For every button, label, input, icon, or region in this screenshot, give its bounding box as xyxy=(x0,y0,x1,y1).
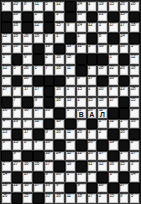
black-cell xyxy=(44,76,55,87)
cell-code-number: 1 xyxy=(35,12,37,17)
cell-code-number: 14 xyxy=(3,172,7,177)
letter-cell[interactable]: 1 xyxy=(87,44,98,55)
letter-cell[interactable]: 17 xyxy=(33,86,44,97)
letter-cell[interactable]: 16 xyxy=(12,22,23,33)
letter-cell[interactable]: 15 xyxy=(76,86,87,97)
cell-code-number: 9 xyxy=(35,140,37,145)
letter-cell[interactable]: 1 xyxy=(65,108,76,119)
letter-cell[interactable]: 18 xyxy=(65,54,76,65)
letter-cell[interactable]: 17 xyxy=(119,22,130,33)
cell-code-number: 16 xyxy=(13,23,17,28)
cell-code-number: 9 xyxy=(77,183,79,188)
letter-cell[interactable]: 12 xyxy=(108,119,119,130)
letter-cell[interactable]: 15 xyxy=(12,140,23,151)
letter-cell[interactable]: 26 xyxy=(87,140,98,151)
cell-code-number: 13 xyxy=(67,44,71,49)
letter-cell[interactable]: 14 xyxy=(1,172,12,183)
letter-cell[interactable]: 18 xyxy=(44,151,55,162)
cell-code-number: 17 xyxy=(109,23,113,28)
cell-code-number: 16 xyxy=(109,162,113,167)
cell-code-number: 27 xyxy=(35,183,39,188)
letter-cell[interactable]: 17 xyxy=(97,151,108,162)
letter-cell[interactable]: 2 xyxy=(97,129,108,140)
letter-cell[interactable]: 26 xyxy=(1,108,12,119)
letter-cell[interactable]: 16 xyxy=(76,172,87,183)
letter-cell[interactable]: 1 xyxy=(54,33,65,44)
letter-cell[interactable]: 9 xyxy=(65,22,76,33)
black-cell xyxy=(97,172,108,183)
letter-cell[interactable]: 7 xyxy=(12,97,23,108)
letter-cell[interactable]: 15 xyxy=(108,1,119,12)
letter-cell[interactable]: 12 xyxy=(76,44,87,55)
letter-cell[interactable]: 27 xyxy=(1,86,12,97)
letter-cell[interactable]: 18 xyxy=(1,183,12,194)
letter-cell[interactable]: 27 xyxy=(33,183,44,194)
cell-code-number: 18 xyxy=(3,183,7,188)
letter-cell[interactable]: 26 xyxy=(22,33,33,44)
letter-cell[interactable]: 28 xyxy=(12,12,23,23)
letter-cell[interactable]: 9 xyxy=(65,76,76,87)
cell-code-number: 1 xyxy=(109,172,111,177)
letter-cell[interactable]: 16 xyxy=(22,161,33,172)
letter-cell[interactable]: 15 xyxy=(108,193,119,204)
cell-code-number: 1 xyxy=(56,12,58,17)
letter-cell[interactable]: 10 xyxy=(44,193,55,204)
letter-cell[interactable]: 12 xyxy=(76,151,87,162)
cell-code-number: 12 xyxy=(67,151,71,156)
letter-cell[interactable]: 17 xyxy=(108,22,119,33)
cell-code-number: 18 xyxy=(13,44,17,49)
black-cell xyxy=(65,183,76,194)
letter-cell[interactable]: 18 xyxy=(129,22,140,33)
letter-cell[interactable]: 15 xyxy=(119,161,130,172)
letter-cell[interactable]: 9 xyxy=(22,119,33,130)
letter-cell[interactable]: 15 xyxy=(54,22,65,33)
letter-cell[interactable]: 16 xyxy=(54,129,65,140)
letter-cell[interactable]: 17 xyxy=(22,129,33,140)
cell-code-number: 26 xyxy=(24,66,28,71)
black-cell xyxy=(76,54,87,65)
letter-cell[interactable]: 18 xyxy=(54,97,65,108)
letter-cell[interactable]: 16 xyxy=(119,44,130,55)
letter-cell[interactable]: 28 xyxy=(129,86,140,97)
letter-cell[interactable]: 9 xyxy=(33,97,44,108)
letter-cell[interactable]: 1 xyxy=(76,33,87,44)
letter-cell[interactable]: 26 xyxy=(119,65,130,76)
letter-cell[interactable]: 16 xyxy=(22,183,33,194)
letter-cell[interactable]: 17 xyxy=(87,76,98,87)
letter-cell[interactable]: 27 xyxy=(22,172,33,183)
cell-code-number: 9 xyxy=(35,98,37,103)
letter-cell[interactable]: 12 xyxy=(33,22,44,33)
letter-cell[interactable]: 2 xyxy=(1,1,12,12)
letter-cell[interactable]: 1 xyxy=(87,86,98,97)
black-cell xyxy=(97,54,108,65)
cell-code-number: 8 xyxy=(24,2,26,7)
letter-cell[interactable]: 16 xyxy=(108,161,119,172)
letter-cell[interactable]: 9 xyxy=(44,33,55,44)
letter-cell[interactable]: 20 xyxy=(12,1,23,12)
letter-cell[interactable]: 4 xyxy=(1,119,12,130)
black-cell xyxy=(12,193,23,204)
letter-cell[interactable]: 11 xyxy=(87,161,98,172)
cell-code-number: 26 xyxy=(109,76,113,81)
letter-cell[interactable]: 16 xyxy=(44,140,55,151)
letter-cell[interactable]: 9 xyxy=(22,54,33,65)
cell-code-number: 18 xyxy=(56,98,60,103)
black-cell xyxy=(119,140,130,151)
black-cell xyxy=(108,129,119,140)
letter-cell[interactable]: 1 xyxy=(65,172,76,183)
letter-cell[interactable]: 19 xyxy=(65,161,76,172)
cell-code-number: 26 xyxy=(56,172,60,177)
black-cell xyxy=(12,54,23,65)
cell-code-number: 20 xyxy=(13,2,17,7)
cell-code-number: 26 xyxy=(120,2,124,7)
letter-cell[interactable]: 5 xyxy=(12,65,23,76)
letter-cell[interactable]: 9 xyxy=(119,193,130,204)
letter-cell[interactable]: 26 xyxy=(119,1,130,12)
letter-cell[interactable]: 5 xyxy=(129,193,140,204)
cell-code-number: 11 xyxy=(67,66,71,71)
letter-cell[interactable]: 27 xyxy=(12,161,23,172)
letter-cell[interactable]: 9 xyxy=(129,76,140,87)
letter-cell[interactable]: 27 xyxy=(87,193,98,204)
letter-cell[interactable]: 18 xyxy=(12,44,23,55)
letter-cell[interactable]: 1 xyxy=(65,86,76,97)
letter-cell[interactable]: 7 xyxy=(44,65,55,76)
letter-cell[interactable]: 27В xyxy=(76,108,87,119)
letter-cell[interactable]: 12 xyxy=(33,119,44,130)
black-cell xyxy=(119,76,130,87)
cell-code-number: 1 xyxy=(35,66,37,71)
letter-cell[interactable]: 9 xyxy=(108,44,119,55)
cell-code-number: 12 xyxy=(77,151,81,156)
cell-code-number: 18 xyxy=(77,12,81,17)
letter-cell[interactable]: 16 xyxy=(54,54,65,65)
black-cell xyxy=(1,151,12,162)
letter-cell[interactable]: 2 xyxy=(22,140,33,151)
black-cell xyxy=(76,65,87,76)
letter-cell[interactable]: 17 xyxy=(44,161,55,172)
black-cell xyxy=(108,12,119,23)
cell-code-number: 1 xyxy=(99,23,101,28)
letter-cell[interactable]: 16 xyxy=(12,33,23,44)
letter-cell[interactable]: 7 xyxy=(76,119,87,130)
letter-cell[interactable]: 19 xyxy=(97,1,108,12)
letter-cell[interactable]: 1 xyxy=(87,1,98,12)
letter-cell[interactable]: 16 xyxy=(119,129,130,140)
letter-cell[interactable]: 16 xyxy=(54,86,65,97)
black-cell xyxy=(33,151,44,162)
cell-code-number: 18 xyxy=(131,66,135,71)
cell-code-number: 9 xyxy=(109,44,111,49)
cell-code-number: 8 xyxy=(3,140,5,145)
black-cell xyxy=(87,183,98,194)
letter-cell[interactable]: 12 xyxy=(12,183,23,194)
letter-cell[interactable]: 8 xyxy=(97,33,108,44)
cell-code-number: 19 xyxy=(99,2,103,7)
black-cell xyxy=(44,12,55,23)
black-cell xyxy=(33,172,44,183)
codeword-grid: 2208115122411915262828111821151612159241… xyxy=(0,0,141,204)
letter-cell[interactable]: 1 xyxy=(1,54,12,65)
cell-code-number: 12 xyxy=(77,44,81,49)
letter-cell[interactable]: 24 xyxy=(54,151,65,162)
letter-cell[interactable]: 1 xyxy=(119,151,130,162)
black-cell xyxy=(65,1,76,12)
letter-cell[interactable]: 21 xyxy=(97,12,108,23)
cell-code-number: 12 xyxy=(109,119,113,124)
cell-code-number: 11 xyxy=(88,162,92,167)
cell-code-number: 9 xyxy=(109,87,111,92)
letter-cell[interactable]: 26 xyxy=(108,76,119,87)
letter-cell[interactable]: 3 xyxy=(129,108,140,119)
letter-cell[interactable]: 16 xyxy=(97,44,108,55)
letter-cell[interactable]: 1 xyxy=(119,119,130,130)
black-cell xyxy=(119,97,130,108)
letter-cell[interactable]: 18 xyxy=(65,140,76,151)
letter-cell[interactable]: 8 xyxy=(22,1,33,12)
black-cell xyxy=(87,119,98,130)
letter-cell[interactable]: 9 xyxy=(87,172,98,183)
black-cell xyxy=(12,129,23,140)
cell-code-number: 12 xyxy=(99,162,103,167)
cell-code-number: 18 xyxy=(56,66,60,71)
letter-cell[interactable]: 18 xyxy=(54,119,65,130)
cell-code-number: 16 xyxy=(120,130,124,135)
letter-cell[interactable]: 2 xyxy=(129,140,140,151)
letter-cell[interactable]: 20 xyxy=(97,86,108,97)
cell-code-number: 5 xyxy=(13,66,15,71)
letter-cell[interactable]: 16 xyxy=(33,161,44,172)
black-cell xyxy=(22,22,33,33)
black-cell xyxy=(65,33,76,44)
letter-cell[interactable]: 18 xyxy=(97,97,108,108)
letter-cell[interactable]: 9 xyxy=(108,86,119,97)
letter-cell[interactable]: 5 xyxy=(44,1,55,12)
letter-cell[interactable]: 2 xyxy=(97,193,108,204)
letter-cell[interactable]: 12 xyxy=(65,151,76,162)
cell-code-number: 18 xyxy=(45,151,49,156)
letter-cell[interactable]: 1 xyxy=(97,22,108,33)
letter-cell[interactable]: 25 xyxy=(22,193,33,204)
letter-cell[interactable]: 11 xyxy=(65,193,76,204)
black-cell xyxy=(44,22,55,33)
letter-cell[interactable]: 12 xyxy=(97,161,108,172)
letter-cell[interactable]: 3 xyxy=(129,161,140,172)
cell-code-number: 22 xyxy=(3,34,7,39)
letter-cell[interactable]: 11 xyxy=(33,1,44,12)
letter-cell[interactable]: 22 xyxy=(1,33,12,44)
letter-cell[interactable]: 27 xyxy=(119,183,130,194)
letter-cell[interactable]: 16 xyxy=(44,183,55,194)
cell-code-number: 16 xyxy=(77,172,81,177)
letter-cell[interactable]: 26 xyxy=(44,108,55,119)
letter-cell[interactable]: 13 xyxy=(1,129,12,140)
cell-code-number: 26 xyxy=(3,194,7,199)
letter-cell[interactable]: 17 xyxy=(108,97,119,108)
letter-cell[interactable]: 9 xyxy=(44,129,55,140)
letter-cell[interactable]: 18 xyxy=(76,12,87,23)
letter-cell[interactable]: 24 xyxy=(76,1,87,12)
letter-cell[interactable]: 26 xyxy=(54,172,65,183)
cell-code-number: 13 xyxy=(3,130,7,135)
letter-cell[interactable]: 1 xyxy=(108,172,119,183)
letter-cell[interactable]: 16 xyxy=(54,193,65,204)
cell-code-number: 26 xyxy=(120,66,124,71)
letter-cell[interactable]: 18 xyxy=(76,193,87,204)
letter-cell[interactable]: 1 xyxy=(1,76,12,87)
letter-cell[interactable]: 18 xyxy=(54,65,65,76)
letter-cell[interactable]: 5 xyxy=(129,44,140,55)
cell-code-number: 27 xyxy=(120,183,124,188)
cell-code-number: 11 xyxy=(67,130,71,135)
cell-code-number: 28 xyxy=(13,12,17,17)
letter-cell[interactable]: 19 xyxy=(108,140,119,151)
letter-cell[interactable]: 13 xyxy=(119,86,130,97)
cell-code-number: 16 xyxy=(35,162,39,167)
cell-code-number: 20 xyxy=(99,183,103,188)
letter-cell[interactable]: 9 xyxy=(44,172,55,183)
letter-cell[interactable]: 9 xyxy=(12,108,23,119)
letter-cell[interactable]: 26 xyxy=(22,65,33,76)
letter-cell[interactable]: 8 xyxy=(76,76,87,87)
letter-cell[interactable]: 12 xyxy=(87,22,98,33)
black-cell xyxy=(33,193,44,204)
letter-cell[interactable]: 2 xyxy=(44,54,55,65)
cell-code-number: 15 xyxy=(77,87,81,92)
cell-code-number: 9 xyxy=(24,55,26,60)
cell-code-number: 27 xyxy=(13,162,17,167)
letter-cell[interactable]: 1 xyxy=(108,54,119,65)
black-cell xyxy=(119,172,130,183)
letter-cell[interactable]: 15 xyxy=(129,97,140,108)
letter-cell[interactable]: 9 xyxy=(76,183,87,194)
letter-cell[interactable]: 20 xyxy=(97,183,108,194)
cell-code-number: 9 xyxy=(45,34,47,39)
letter-cell[interactable]: 22 xyxy=(22,44,33,55)
cell-code-number: 1 xyxy=(77,34,79,39)
letter-cell[interactable]: 17 xyxy=(22,86,33,97)
letter-cell[interactable]: 26 xyxy=(76,129,87,140)
cell-code-number: 16 xyxy=(24,162,28,167)
letter-cell[interactable]: 9 xyxy=(33,140,44,151)
letter-cell[interactable]: 22 xyxy=(108,65,119,76)
letter-cell[interactable]: 11Л xyxy=(97,108,108,119)
cell-code-number: 26 xyxy=(24,76,28,81)
letter-cell[interactable]: 16 xyxy=(33,33,44,44)
cell-code-number: 18 xyxy=(99,98,103,103)
cell-code-number: 18 xyxy=(67,140,71,145)
letter-cell[interactable]: 12 xyxy=(54,1,65,12)
letter-cell[interactable]: 9 xyxy=(12,86,23,97)
black-cell xyxy=(33,44,44,55)
cell-code-number: 1 xyxy=(67,87,69,92)
black-cell xyxy=(65,119,76,130)
cell-code-number: 9 xyxy=(13,87,15,92)
cell-code-number: 21 xyxy=(99,12,103,17)
letter-cell[interactable]: 13 xyxy=(65,44,76,55)
letter-cell[interactable]: 12 xyxy=(1,65,12,76)
black-cell xyxy=(97,140,108,151)
letter-cell[interactable]: 19 xyxy=(44,44,55,55)
cell-code-number: 13 xyxy=(120,87,124,92)
letter-cell[interactable]: 27 xyxy=(1,44,12,55)
letter-cell[interactable]: 12 xyxy=(129,54,140,65)
cell-code-number: 1 xyxy=(56,34,58,39)
letter-cell[interactable]: 16 xyxy=(129,119,140,130)
black-cell xyxy=(108,151,119,162)
cell-code-number: 9 xyxy=(88,172,90,177)
letter-cell[interactable]: 9 xyxy=(12,151,23,162)
letter-cell[interactable]: 17 xyxy=(129,151,140,162)
letter-cell[interactable]: 1 xyxy=(33,65,44,76)
black-cell xyxy=(54,140,65,151)
letter-cell[interactable]: 1 xyxy=(76,97,87,108)
letter-cell[interactable]: 15 xyxy=(119,12,130,23)
letter-cell[interactable]: 17 xyxy=(33,108,44,119)
letter-cell[interactable]: 28А xyxy=(87,108,98,119)
cell-code-number: 18 xyxy=(56,119,60,124)
letter-cell[interactable]: 1 xyxy=(87,129,98,140)
letter-cell[interactable]: 18 xyxy=(129,65,140,76)
letter-cell[interactable]: 26 xyxy=(12,119,23,130)
cell-code-number: 19 xyxy=(109,140,113,145)
letter-cell[interactable]: 8 xyxy=(1,140,12,151)
letter-cell[interactable]: 28 xyxy=(129,1,140,12)
black-cell xyxy=(87,12,98,23)
cell-code-number: 17 xyxy=(109,98,113,103)
cell-code-number: 24 xyxy=(56,151,60,156)
letter-cell[interactable]: 11 xyxy=(65,129,76,140)
cell-code-number: 1 xyxy=(120,119,122,124)
cell-code-number: 20 xyxy=(99,87,103,92)
black-cell xyxy=(44,97,55,108)
letter-cell[interactable]: 9 xyxy=(54,183,65,194)
letter-cell[interactable]: 15 xyxy=(87,97,98,108)
cell-code-number: 16 xyxy=(13,34,17,39)
cell-code-number: 26 xyxy=(88,140,92,145)
letter-cell[interactable]: 2 xyxy=(97,119,108,130)
cell-code-number: 15 xyxy=(109,2,113,7)
letter-cell[interactable]: 16 xyxy=(22,108,33,119)
black-cell xyxy=(54,44,65,55)
letter-cell[interactable]: 26 xyxy=(22,76,33,87)
letter-cell[interactable]: 1 xyxy=(54,12,65,23)
letter-cell[interactable]: 26 xyxy=(87,151,98,162)
given-letter: Л xyxy=(97,111,108,119)
letter-cell[interactable]: 14 xyxy=(129,172,140,183)
cell-code-number: 26 xyxy=(77,130,81,135)
black-cell xyxy=(22,97,33,108)
letter-cell[interactable]: 26 xyxy=(1,193,12,204)
letter-cell[interactable]: 28 xyxy=(97,65,108,76)
cell-code-number: 5 xyxy=(45,2,47,7)
letter-cell[interactable]: 1 xyxy=(33,12,44,23)
cell-code-number: 24 xyxy=(77,2,81,7)
cell-code-number: 1 xyxy=(88,130,90,135)
letter-cell[interactable]: 13 xyxy=(65,97,76,108)
letter-cell[interactable]: 24 xyxy=(76,22,87,33)
letter-cell[interactable]: 14 xyxy=(119,33,130,44)
black-cell xyxy=(119,108,130,119)
letter-cell[interactable]: 11 xyxy=(65,65,76,76)
cell-code-number: 18 xyxy=(131,23,135,28)
letter-cell[interactable]: 2 xyxy=(1,161,12,172)
letter-cell[interactable]: 1 xyxy=(87,65,98,76)
cell-code-number: 15 xyxy=(131,98,135,103)
